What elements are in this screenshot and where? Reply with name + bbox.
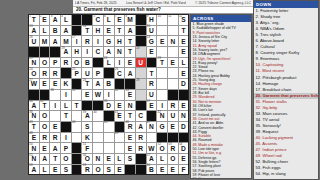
puzzle-copyright: © 2025 Tribune Content Agency, LLC <box>195 1 251 5</box>
cell-number: 7 <box>115 15 117 18</box>
grid-cell[interactable]: 38N <box>29 111 39 121</box>
grid-cell[interactable]: K <box>61 79 71 89</box>
grid-cell[interactable]: A <box>50 143 60 153</box>
grid-cell[interactable]: A <box>93 79 103 89</box>
grid-cell[interactable]: M <box>61 36 71 46</box>
grid-cell[interactable]: S <box>61 165 71 175</box>
crossword-grid[interactable]: 1T2E3A4L5C6L7E8M9H101112S13ALBA14THETA15… <box>28 14 189 175</box>
grid-cell[interactable]: 26C <box>115 68 125 78</box>
grid-cell[interactable]: T <box>125 36 135 46</box>
cell-letter: O <box>95 167 100 174</box>
grid-cell[interactable] <box>157 26 167 36</box>
grid-cell <box>136 26 146 36</box>
cell-letter: K <box>85 135 90 142</box>
grid-cell[interactable]: I <box>115 58 125 68</box>
grid-cell[interactable]: U <box>168 111 178 121</box>
grid-cell[interactable]: O <box>168 154 178 164</box>
grid-cell[interactable]: N <box>93 154 103 164</box>
grid-cell[interactable]: 14T <box>82 26 92 36</box>
across-clues-list[interactable]: 1. Blue-green shade5. Kadiddlehopper of … <box>191 22 251 179</box>
grid-cell <box>168 90 178 100</box>
grid-cell[interactable]: O <box>40 122 50 132</box>
grid-cell[interactable]: 48E <box>29 133 39 143</box>
grid-cell[interactable] <box>104 143 114 153</box>
grid-cell[interactable]: 5C <box>93 15 103 25</box>
cell-letter: I <box>118 60 120 67</box>
grid-cell[interactable]: 35T <box>40 101 50 111</box>
grid-cell <box>104 111 114 121</box>
puzzle-byline: Lisa Senzel & Jeff Chen / Ed. Patti Varo… <box>126 1 186 5</box>
grid-cell[interactable]: 22L <box>104 58 114 68</box>
grid-cell[interactable]: R <box>168 101 178 111</box>
grid-cell <box>72 15 82 25</box>
grid-cell[interactable]: I <box>50 101 60 111</box>
cell-letter: E <box>181 39 185 46</box>
grid-cell[interactable]: 36D <box>104 101 114 111</box>
grid-cell[interactable]: T <box>61 111 71 121</box>
grid-cell[interactable]: T <box>125 111 135 121</box>
grid-cell[interactable]: P <box>61 143 71 153</box>
clue-item[interactable]: 20. Garment that preserves fish water? <box>254 93 318 99</box>
grid-cell[interactable]: 6L <box>104 15 114 25</box>
cell-letter: T <box>75 103 79 110</box>
grid-cell[interactable]: W <box>147 143 157 153</box>
grid-cell[interactable]: 19A <box>61 47 71 57</box>
cell-letter: R <box>53 135 58 142</box>
grid-cell[interactable]: S <box>125 154 135 164</box>
grid-cell[interactable]: L <box>157 154 167 164</box>
grid-cell[interactable]: 39A <box>82 111 92 121</box>
cell-letter: N <box>96 156 101 163</box>
grid-cell[interactable]: B <box>104 79 114 89</box>
cell-letter: I <box>54 103 56 110</box>
grid-cell[interactable] <box>168 68 178 78</box>
grid-cell[interactable]: A <box>50 36 60 46</box>
grid-cell[interactable]: F <box>179 165 189 175</box>
grid-cell[interactable]: R <box>61 58 71 68</box>
grid-cell[interactable]: 43T <box>29 122 39 132</box>
cell-letter: E <box>149 49 153 56</box>
grid-cell[interactable]: I <box>61 133 71 143</box>
cell-letter: O <box>42 60 47 67</box>
grid-cell[interactable]: U <box>136 58 146 68</box>
grid-cell[interactable]: 31 <box>72 90 82 100</box>
cell-letter: U <box>85 71 90 78</box>
cell-letter: E <box>181 71 185 78</box>
grid-cell[interactable]: H <box>93 26 103 36</box>
grid-cell[interactable]: 41E <box>115 111 125 121</box>
cell-letter: L <box>64 103 68 110</box>
cell-letter: R <box>42 135 47 142</box>
grid-cell[interactable]: 29 <box>136 79 146 89</box>
cell-letter: L <box>117 156 121 163</box>
grid-cell <box>93 101 103 111</box>
grid-cell[interactable]: O <box>61 154 71 164</box>
grid-cell[interactable]: 40 <box>93 111 103 121</box>
grid-cell[interactable]: 20 <box>136 47 146 57</box>
grid-cell[interactable]: 7E <box>115 15 125 25</box>
grid-cell[interactable]: 4L <box>61 15 71 25</box>
cell-number: 52 <box>158 143 161 146</box>
cell-number: 11 <box>168 15 171 18</box>
cell-number: 20 <box>136 47 139 50</box>
grid-cell[interactable]: 28T <box>82 79 92 89</box>
cell-letter: A <box>53 17 58 24</box>
grid-cell[interactable]: S <box>82 122 92 132</box>
grid-cell[interactable] <box>115 143 125 153</box>
grid-cell[interactable]: O <box>93 165 103 175</box>
cell-letter: R <box>64 60 69 67</box>
cell-letter: L <box>107 17 111 24</box>
grid-cell[interactable]: 9H <box>147 15 157 25</box>
grid-cell[interactable]: 1T <box>29 15 39 25</box>
grid-cell[interactable]: I <box>93 36 103 46</box>
grid-cell[interactable]: 18G <box>147 36 157 46</box>
grid-cell[interactable]: B <box>50 26 60 36</box>
grid-cell[interactable]: 60B <box>147 165 157 175</box>
grid-cell[interactable]: E <box>168 165 178 175</box>
cell-letter: C <box>96 49 101 56</box>
grid-cell[interactable]: 23T <box>157 58 167 68</box>
grid-cell[interactable]: 37E <box>147 101 157 111</box>
cell-letter: H <box>74 49 79 56</box>
grid-cell[interactable]: L <box>40 26 50 36</box>
grid-cell[interactable]: 58A <box>29 165 39 175</box>
grid-cell[interactable]: 3A <box>50 15 60 25</box>
grid-cell[interactable]: E <box>50 165 60 175</box>
cell-letter: O <box>160 146 165 153</box>
grid-cell[interactable]: 16U <box>29 36 39 46</box>
grid-cell[interactable]: 25P <box>72 68 82 78</box>
grid-cell[interactable]: S <box>104 165 114 175</box>
cell-letter: G <box>160 124 165 131</box>
cell-letter: A <box>106 49 111 56</box>
cell-letter: S <box>181 17 185 24</box>
grid-cell[interactable]: 17I <box>72 36 82 46</box>
cell-letter: A <box>128 28 133 35</box>
cell-letter: I <box>65 135 67 142</box>
cell-letter: E <box>181 103 185 110</box>
cell-letter: G <box>149 39 154 46</box>
grid-cell[interactable]: B <box>82 58 92 68</box>
grid-cell[interactable]: P <box>93 68 103 78</box>
grid-cell[interactable] <box>157 79 167 89</box>
grid-cell[interactable]: R <box>136 143 146 153</box>
grid-cell[interactable]: L <box>61 101 71 111</box>
grid-cell[interactable]: E <box>157 36 167 46</box>
grid-cell[interactable]: H <box>115 36 125 46</box>
grid-cell[interactable]: 52O <box>157 143 167 153</box>
grid-cell[interactable]: E <box>115 101 125 111</box>
grid-cell[interactable]: H <box>72 47 82 57</box>
grid-cell[interactable]: A <box>61 26 71 36</box>
grid-cell[interactable]: A <box>40 154 50 164</box>
grid-cell[interactable]: W <box>93 90 103 100</box>
cell-number: 46 <box>125 121 128 124</box>
grid-cell[interactable]: E <box>125 58 135 68</box>
cell-number: 51 <box>83 143 86 146</box>
cell-letter: O <box>63 156 68 163</box>
grid-cell[interactable]: E <box>147 47 157 57</box>
cell-number: 10 <box>158 15 161 18</box>
grid-cell[interactable]: G <box>157 122 167 132</box>
cell-letter: A <box>85 113 90 120</box>
crossword-app-window: LA Times, Fri, Feb 28, 2025 Lisa Senzel … <box>0 0 320 180</box>
grid-cell[interactable]: T <box>115 26 125 36</box>
grid-cell[interactable]: E <box>125 143 135 153</box>
grid-cell[interactable]: R <box>147 79 157 89</box>
cell-letter: T <box>128 113 132 120</box>
grid-cell <box>125 79 135 89</box>
grid-cell <box>93 58 103 68</box>
grid-cell[interactable] <box>50 111 60 121</box>
cell-number: 36 <box>104 100 107 103</box>
grid-cell[interactable]: U <box>82 68 92 78</box>
grid-cell[interactable]: T <box>179 26 189 36</box>
grid-cell[interactable]: E <box>179 154 189 164</box>
grid-cell[interactable]: E <box>168 58 178 68</box>
grid-cell[interactable]: 47N <box>147 122 157 132</box>
grid-cell[interactable] <box>157 47 167 57</box>
cell-letter: T <box>160 60 164 67</box>
grid-cell[interactable]: E <box>40 143 50 153</box>
grid-cell[interactable]: T <box>125 47 135 57</box>
grid-cell[interactable]: T <box>147 68 157 78</box>
cell-letter: E <box>160 167 164 174</box>
grid-cell[interactable]: 15U <box>147 26 157 36</box>
grid-cell[interactable]: 54D <box>179 143 189 153</box>
grid-cell[interactable]: 2E <box>40 15 50 25</box>
grid-cell[interactable]: 27W <box>29 79 39 89</box>
grid-cell[interactable]: 13A <box>29 26 39 36</box>
grid-cell[interactable]: O <box>40 58 50 68</box>
grid-cell[interactable]: E <box>104 26 114 36</box>
grid-cell[interactable]: E <box>50 79 60 89</box>
cell-letter: T <box>43 103 47 110</box>
grid-cell[interactable] <box>93 143 103 153</box>
cell-letter: T <box>53 156 57 163</box>
grid-cell[interactable]: R <box>136 133 146 143</box>
cell-letter: C <box>117 71 122 78</box>
grid-cell[interactable] <box>72 133 82 143</box>
cell-number: 43 <box>29 121 32 124</box>
cell-letter: M <box>63 39 69 46</box>
cell-letter: E <box>149 103 153 110</box>
grid-cell[interactable]: 8M <box>125 15 135 25</box>
clue-item[interactable]: 54. Hip, in slang <box>254 171 318 177</box>
cell-letter: E <box>53 81 57 88</box>
grid-cell[interactable]: I <box>82 47 92 57</box>
cell-letter: L <box>181 60 185 67</box>
grid-cell[interactable]: 34A <box>29 101 39 111</box>
grid-cell[interactable]: 11 <box>168 15 178 25</box>
cell-letter: N <box>128 103 133 110</box>
cell-number: 21 <box>29 57 32 60</box>
grid-cell[interactable]: 33E <box>125 90 135 100</box>
grid-cell[interactable]: E <box>179 47 189 57</box>
grid-cell[interactable]: A <box>125 26 135 36</box>
grid-cell[interactable]: E <box>179 36 189 46</box>
cell-letter: L <box>107 60 111 67</box>
grid-cell[interactable] <box>72 111 82 121</box>
grid-cell[interactable] <box>136 68 146 78</box>
grid-cell <box>72 165 82 175</box>
cell-letter: A <box>31 103 36 110</box>
grid-cell[interactable]: N <box>125 101 135 111</box>
cell-letter: R <box>85 39 90 46</box>
grid-cell[interactable]: 50N <box>29 143 39 153</box>
grid-cell[interactable]: M <box>40 36 50 46</box>
grid-cell[interactable]: E <box>50 122 60 132</box>
grid-cell[interactable]: N <box>168 36 178 46</box>
grid-cell[interactable]: 10 <box>157 15 167 25</box>
cell-letter: I <box>86 49 88 56</box>
cell-number: 6 <box>104 15 106 18</box>
cell-number: 14 <box>83 25 86 28</box>
cell-letter: T <box>64 113 68 120</box>
grid-cell[interactable]: 57A <box>147 154 157 164</box>
grid-cell[interactable]: E <box>179 68 189 78</box>
grid-cell[interactable]: 30 <box>50 90 60 100</box>
cell-letter: T <box>32 124 36 131</box>
grid-cell[interactable]: C <box>136 111 146 121</box>
cell-letter: H <box>96 28 101 35</box>
grid-cell[interactable]: 59R <box>82 165 92 175</box>
grid-cell[interactable]: N <box>179 111 189 121</box>
cell-letter: B <box>53 28 58 35</box>
grid-cell[interactable]: 45 <box>104 122 114 132</box>
cell-letter: R <box>53 71 58 78</box>
cell-letter: N <box>170 39 175 46</box>
grid-cell[interactable]: T <box>72 101 82 111</box>
cell-letter: D <box>181 81 186 88</box>
grid-cell <box>115 79 125 89</box>
grid-cell[interactable]: 12S <box>179 15 189 25</box>
grid-cell[interactable]: 24O <box>29 68 39 78</box>
grid-cell[interactable]: A <box>136 122 146 132</box>
grid-cell[interactable]: E <box>168 122 178 132</box>
grid-cell[interactable]: E <box>115 165 125 175</box>
grid-cell[interactable]: 53R <box>168 143 178 153</box>
grid-cell[interactable]: 21N <box>29 58 39 68</box>
grid-cell[interactable]: 49 <box>115 133 125 143</box>
grid-cell[interactable]: 55N <box>29 154 39 164</box>
grid-cell[interactable] <box>168 47 178 57</box>
grid-cell[interactable] <box>168 26 178 36</box>
cell-letter: A <box>64 49 69 56</box>
grid-cell[interactable]: D <box>179 122 189 132</box>
cell-number: 27 <box>29 79 32 82</box>
grid-cell[interactable] <box>157 90 167 100</box>
grid-cell[interactable]: D <box>179 79 189 89</box>
grid-cell[interactable]: 44 <box>72 122 82 132</box>
grid-cell[interactable]: E <box>125 133 135 143</box>
grid-cell[interactable]: T <box>50 154 60 164</box>
grid-cell[interactable]: 56O <box>82 154 92 164</box>
grid-cell[interactable]: K <box>82 133 92 143</box>
grid-cell[interactable]: A <box>125 68 135 78</box>
grid-cell[interactable] <box>157 68 167 78</box>
grid-cell[interactable]: E <box>179 101 189 111</box>
cell-number: 33 <box>125 89 128 92</box>
cell-letter: E <box>128 92 132 99</box>
grid-cell <box>136 15 146 25</box>
cell-letter: E <box>85 92 89 99</box>
grid-cell[interactable]: N <box>115 47 125 57</box>
grid-cell[interactable]: P <box>50 58 60 68</box>
grid-cell[interactable]: L <box>179 58 189 68</box>
grid-cell[interactable] <box>93 133 103 143</box>
cell-number: 32 <box>115 89 118 92</box>
grid-cell <box>125 165 135 175</box>
cell-number: 57 <box>147 154 150 157</box>
grid-cell[interactable]: E <box>157 165 167 175</box>
cell-letter: A <box>138 124 143 131</box>
cell-letter: O <box>85 156 90 163</box>
cell-number: 41 <box>115 111 118 114</box>
cell-letter: B <box>149 167 154 174</box>
grid-cell[interactable]: O <box>40 111 50 121</box>
grid-cell[interactable]: 46R <box>125 122 135 132</box>
grid-cell[interactable] <box>104 133 114 143</box>
cell-letter: R <box>42 71 47 78</box>
grid-cell <box>29 90 39 100</box>
cell-number: 28 <box>83 79 86 82</box>
grid-cell[interactable] <box>168 79 178 89</box>
grid-cell[interactable]: E <box>104 154 114 164</box>
down-clues-list[interactable]: 1. Fraternity letter2. Shady tree3. Atty… <box>254 8 318 177</box>
cell-number: 53 <box>168 143 171 146</box>
grid-cell[interactable]: G <box>104 36 114 46</box>
grid-cell[interactable]: I <box>104 90 114 100</box>
cell-letter: N <box>31 146 36 153</box>
grid-cell[interactable]: R <box>40 68 50 78</box>
grid-cell[interactable]: E <box>40 79 50 89</box>
cell-letter: R <box>149 81 154 88</box>
grid-cell[interactable]: 42N <box>157 111 167 121</box>
grid-cell[interactable] <box>136 90 146 100</box>
grid-cell[interactable]: C <box>93 47 103 57</box>
grid-cell[interactable]: I <box>61 90 71 100</box>
grid-cell[interactable]: R <box>50 68 60 78</box>
grid-cell[interactable]: O <box>72 58 82 68</box>
grid-cell[interactable]: 32 <box>115 90 125 100</box>
cell-letter: E <box>181 156 185 163</box>
clue-item[interactable]: 60. Gripe <box>191 177 251 179</box>
cell-letter: E <box>42 17 46 24</box>
grid-cell[interactable]: I <box>157 101 167 111</box>
grid-cell[interactable]: E <box>82 90 92 100</box>
grid-cell[interactable] <box>147 133 157 143</box>
grid-cell[interactable]: 51F <box>82 143 92 153</box>
grid-cell[interactable]: A <box>104 47 114 57</box>
cell-letter: T <box>181 28 185 35</box>
grid-cell[interactable]: R <box>50 133 60 143</box>
grid-cell[interactable]: L <box>40 165 50 175</box>
grid-cell[interactable]: R <box>40 133 50 143</box>
grid-cell <box>72 154 82 164</box>
grid-cell[interactable]: L <box>115 154 125 164</box>
cell-letter: T <box>85 28 89 35</box>
cell-number: 55 <box>29 154 32 157</box>
grid-cell[interactable] <box>93 122 103 132</box>
cell-letter: A <box>31 167 36 174</box>
cell-letter: E <box>128 146 132 153</box>
grid-cell[interactable]: U <box>147 90 157 100</box>
cell-letter: S <box>106 167 110 174</box>
grid-cell <box>40 47 50 57</box>
grid-cell[interactable]: R <box>82 36 92 46</box>
